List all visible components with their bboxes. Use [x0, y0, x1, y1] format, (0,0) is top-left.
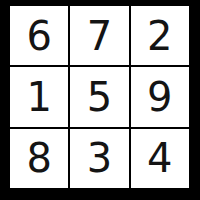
- cell-r1c3: 2: [131, 6, 189, 65]
- board-grid: 672159834: [8, 4, 191, 190]
- board-frame: 672159834: [8, 4, 191, 190]
- cell-r3c2: 3: [70, 129, 128, 188]
- cell-r3c3: 4: [131, 129, 189, 188]
- magic-square-diagram: 672159834: [0, 0, 200, 200]
- cell-r3c1: 8: [10, 129, 68, 188]
- cell-r2c1: 1: [10, 67, 68, 126]
- cell-r1c2: 7: [70, 6, 128, 65]
- cell-r2c3: 9: [131, 67, 189, 126]
- cell-r1c1: 6: [10, 6, 68, 65]
- cell-r2c2: 5: [70, 67, 128, 126]
